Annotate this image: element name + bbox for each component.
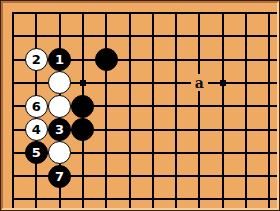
- board-point: [141, 118, 164, 141]
- board-point: [164, 164, 187, 187]
- board-point: [211, 164, 234, 187]
- black-stone: [71, 118, 94, 141]
- point-label-a: a: [191, 74, 208, 91]
- board-point: [71, 164, 94, 187]
- board-point: 6: [25, 95, 48, 118]
- board-point: [234, 1, 257, 24]
- board-point: [71, 141, 94, 164]
- board-point: [141, 71, 164, 94]
- go-board-grid: 21a64357: [1, 1, 279, 210]
- board-point: [164, 118, 187, 141]
- white-stone: [48, 71, 71, 94]
- board-point: 1: [48, 48, 71, 71]
- board-point: [141, 164, 164, 187]
- board-point: [118, 25, 141, 48]
- board-point: [1, 95, 24, 118]
- board-point: [71, 118, 94, 141]
- board-point: [95, 1, 118, 24]
- board-point: [118, 164, 141, 187]
- board-point: [1, 25, 24, 48]
- board-point: [25, 1, 48, 24]
- board-point: [258, 118, 279, 141]
- board-point: [118, 141, 141, 164]
- board-point: [164, 25, 187, 48]
- board-point: [211, 25, 234, 48]
- board-surface: 21a64357: [1, 1, 279, 210]
- board-point: [141, 25, 164, 48]
- board-point: [141, 141, 164, 164]
- board-point: [164, 95, 187, 118]
- board-point: [211, 1, 234, 24]
- board-point: [48, 71, 71, 94]
- board-point: [118, 118, 141, 141]
- white-stone: [48, 141, 71, 164]
- board-point: [71, 95, 94, 118]
- board-point: [211, 188, 234, 210]
- board-point: [141, 48, 164, 71]
- board-point: [258, 1, 279, 24]
- go-board-diagram: 21a64357: [0, 0, 280, 211]
- board-point: 3: [48, 118, 71, 141]
- black-stone-move-5: 5: [25, 141, 48, 164]
- board-point: [141, 1, 164, 24]
- board-point: [211, 141, 234, 164]
- board-point: [258, 71, 279, 94]
- black-stone-move-7: 7: [48, 165, 71, 188]
- board-point: [211, 71, 234, 94]
- white-stone-move-2: 2: [25, 48, 48, 71]
- board-point: [188, 188, 211, 210]
- stone-move-number: 5: [32, 146, 41, 159]
- stone-move-number: 6: [32, 100, 41, 113]
- hoshi-star-point-marker: [220, 80, 226, 86]
- board-point: [258, 188, 279, 210]
- board-point: [95, 188, 118, 210]
- board-point: [1, 118, 24, 141]
- board-point: [188, 25, 211, 48]
- board-point: [211, 118, 234, 141]
- hoshi-star-point-marker: [80, 80, 86, 86]
- board-point: [1, 48, 24, 71]
- board-point: [71, 188, 94, 210]
- board-point: [48, 188, 71, 210]
- board-point: [1, 188, 24, 210]
- board-point: [234, 48, 257, 71]
- stone-move-number: 3: [55, 123, 64, 136]
- stone-move-number: 2: [32, 53, 41, 66]
- board-point: 4: [25, 118, 48, 141]
- white-stone-move-4: 4: [25, 118, 48, 141]
- board-point: [234, 95, 257, 118]
- board-point: [95, 95, 118, 118]
- stone-move-number: 7: [55, 170, 64, 183]
- board-point: 5: [25, 141, 48, 164]
- board-point: [71, 1, 94, 24]
- board-point: [118, 95, 141, 118]
- board-point: [164, 1, 187, 24]
- board-point: [141, 95, 164, 118]
- board-point: [234, 71, 257, 94]
- board-point: [188, 48, 211, 71]
- board-point: [211, 48, 234, 71]
- board-point: [258, 25, 279, 48]
- board-point: [188, 1, 211, 24]
- board-point: [258, 95, 279, 118]
- board-point: 7: [48, 164, 71, 187]
- board-point: [118, 188, 141, 210]
- board-point: [48, 141, 71, 164]
- board-point: [258, 48, 279, 71]
- board-point: [95, 48, 118, 71]
- board-point: [258, 141, 279, 164]
- black-stone-move-1: 1: [48, 48, 71, 71]
- board-point: [258, 164, 279, 187]
- board-point: [164, 48, 187, 71]
- board-point: [95, 25, 118, 48]
- board-point: [164, 141, 187, 164]
- board-point: [118, 1, 141, 24]
- stone-move-number: 1: [55, 53, 64, 66]
- board-point: [188, 164, 211, 187]
- board-point: [71, 71, 94, 94]
- board-point: a: [188, 71, 211, 94]
- board-point: [71, 48, 94, 71]
- board-point: [95, 118, 118, 141]
- board-point: [234, 188, 257, 210]
- black-stone: [71, 95, 94, 118]
- board-point: [211, 95, 234, 118]
- board-point: [71, 25, 94, 48]
- board-point: [95, 164, 118, 187]
- white-stone: [48, 95, 71, 118]
- board-point: [118, 48, 141, 71]
- board-point: [25, 188, 48, 210]
- board-point: [118, 71, 141, 94]
- board-point: [48, 95, 71, 118]
- board-point: 2: [25, 48, 48, 71]
- board-point: [48, 1, 71, 24]
- board-point: [25, 164, 48, 187]
- board-point: [234, 141, 257, 164]
- board-point: [141, 188, 164, 210]
- board-point: [95, 71, 118, 94]
- board-point: [48, 25, 71, 48]
- board-point: [95, 141, 118, 164]
- board-point: [1, 141, 24, 164]
- black-stone: [95, 48, 118, 71]
- board-point: [234, 164, 257, 187]
- board-point: [188, 118, 211, 141]
- black-stone-move-3: 3: [48, 118, 71, 141]
- board-point: [234, 118, 257, 141]
- board-point: [164, 71, 187, 94]
- board-point: [1, 1, 24, 24]
- board-point: [188, 141, 211, 164]
- stone-move-number: 4: [32, 123, 41, 136]
- board-point: [25, 71, 48, 94]
- board-point: [164, 188, 187, 210]
- board-point: [188, 95, 211, 118]
- white-stone-move-6: 6: [25, 95, 48, 118]
- board-point: [1, 71, 24, 94]
- board-point: [25, 25, 48, 48]
- board-point: [234, 25, 257, 48]
- board-point: [1, 164, 24, 187]
